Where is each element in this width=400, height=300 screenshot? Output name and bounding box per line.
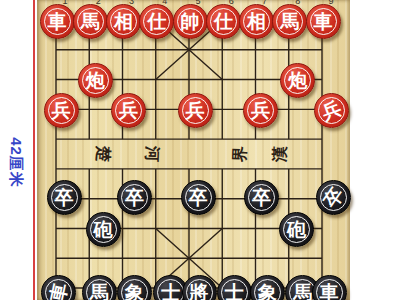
piece-character: 馬 [273,5,306,38]
piece-character: 兵 [45,94,78,127]
dimension-line [33,0,35,300]
red-piece-車[interactable]: 車 [306,4,341,39]
piece-character: 帥 [174,5,207,38]
red-piece-帥[interactable]: 帥 [173,4,208,39]
red-piece-兵[interactable]: 兵 [178,93,213,128]
red-piece-炮[interactable]: 炮 [78,63,113,98]
red-piece-馬[interactable]: 馬 [73,4,108,39]
piece-character: 炮 [79,64,112,97]
black-piece-馬[interactable]: 馬 [82,275,117,300]
piece-character: 兵 [179,94,212,127]
piece-character: 仕 [140,5,173,38]
piece-character: 車 [313,276,346,300]
piece-character: 兵 [244,94,277,127]
board-grid [37,0,350,300]
red-piece-兵[interactable]: 兵 [243,93,278,128]
red-piece-兵[interactable]: 兵 [44,93,79,128]
red-piece-兵[interactable]: 兵 [111,93,146,128]
piece-character: 卒 [118,181,151,214]
piece-character: 卒 [48,181,81,214]
red-piece-炮[interactable]: 炮 [280,63,315,98]
red-piece-車[interactable]: 車 [40,4,75,39]
piece-character: 馬 [74,5,107,38]
black-piece-卒[interactable]: 卒 [316,180,351,215]
piece-character: 兵 [112,94,145,127]
piece-character: 相 [240,5,273,38]
red-piece-馬[interactable]: 馬 [272,4,307,39]
black-piece-車[interactable]: 車 [41,275,76,300]
piece-character: 象 [118,276,151,300]
red-piece-相[interactable]: 相 [106,4,141,39]
black-piece-卒[interactable]: 卒 [47,180,82,215]
black-piece-砲[interactable]: 砲 [86,212,121,247]
piece-character: 將 [183,276,216,300]
xiangqi-board: 123456789 楚河界漢 車馬相仕帥仕相馬車炮炮兵兵兵兵兵卒卒卒卒卒砲砲車馬… [37,0,350,300]
river-char-han: 漢 [269,143,292,166]
black-piece-象[interactable]: 象 [117,275,152,300]
red-piece-仕[interactable]: 仕 [139,4,174,39]
piece-character: 相 [107,5,140,38]
piece-character: 炮 [281,64,314,97]
piece-character: 馬 [83,276,116,300]
piece-character: 卒 [245,181,278,214]
piece-character: 車 [41,5,74,38]
black-piece-砲[interactable]: 砲 [279,212,314,247]
red-piece-仕[interactable]: 仕 [206,4,241,39]
black-piece-卒[interactable]: 卒 [181,180,216,215]
black-piece-士[interactable]: 士 [217,275,252,300]
river-char-chu: 楚 [92,143,115,166]
dimension-label: 42厘米 [8,123,25,203]
black-piece-卒[interactable]: 卒 [117,180,152,215]
black-piece-象[interactable]: 象 [250,275,285,300]
river-char-he: 河 [141,143,164,166]
piece-character: 仕 [207,5,240,38]
piece-character: 卒 [182,181,215,214]
piece-character: 車 [307,5,340,38]
red-piece-相[interactable]: 相 [239,4,274,39]
black-piece-卒[interactable]: 卒 [244,180,279,215]
piece-character: 士 [218,276,251,300]
piece-character: 象 [251,276,284,300]
red-piece-兵[interactable]: 兵 [314,93,349,128]
river-char-jie: 界 [229,143,252,166]
product-photo-xiangqi-set: 42厘米 123456789 楚河界漢 車馬相仕帥仕相馬車炮炮兵兵兵兵兵卒卒卒卒… [0,0,400,300]
black-piece-車[interactable]: 車 [312,275,347,300]
piece-character: 砲 [280,213,313,246]
piece-character: 砲 [87,213,120,246]
black-piece-將[interactable]: 將 [182,275,217,300]
